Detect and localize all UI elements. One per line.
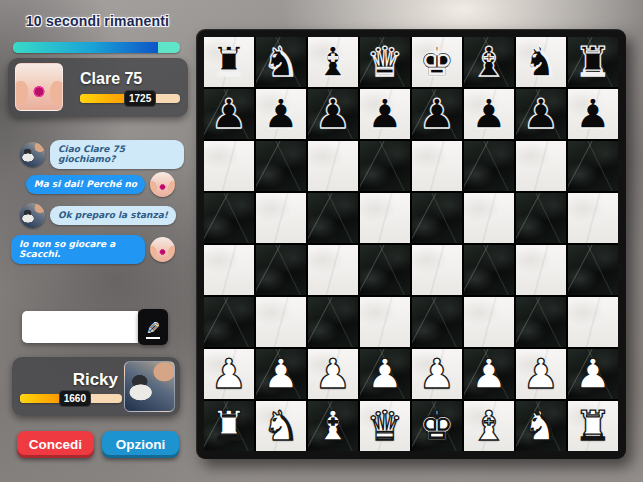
- square-e8[interactable]: ♚: [412, 37, 462, 87]
- square-c3[interactable]: [308, 297, 358, 347]
- black-pawn-piece[interactable]: ♟: [471, 90, 508, 138]
- square-h7[interactable]: ♟: [568, 89, 618, 139]
- white-pawn-piece[interactable]: ♟: [419, 350, 456, 398]
- square-f3[interactable]: [464, 297, 514, 347]
- black-king-piece[interactable]: ♚: [419, 38, 456, 86]
- self-rating-badge: 1660: [59, 390, 91, 407]
- black-pawn-piece[interactable]: ♟: [523, 90, 560, 138]
- white-king-piece[interactable]: ♚: [419, 402, 456, 450]
- square-c5[interactable]: [308, 193, 358, 243]
- white-pawn-piece[interactable]: ♟: [471, 350, 508, 398]
- square-f7[interactable]: ♟: [464, 89, 514, 139]
- square-h8[interactable]: ♜: [568, 37, 618, 87]
- square-g3[interactable]: [516, 297, 566, 347]
- square-g5[interactable]: [516, 193, 566, 243]
- square-g6[interactable]: [516, 141, 566, 191]
- black-pawn-piece[interactable]: ♟: [367, 90, 404, 138]
- chess-app-window: 10 secondi rimanenti Clare 75 1725 Ciao …: [0, 0, 643, 482]
- chat-message-input[interactable]: [22, 311, 138, 343]
- white-queen-piece[interactable]: ♛: [367, 402, 404, 450]
- square-g1[interactable]: ♞: [516, 401, 566, 451]
- square-g4[interactable]: [516, 245, 566, 295]
- square-h1[interactable]: ♜: [568, 401, 618, 451]
- square-e7[interactable]: ♟: [412, 89, 462, 139]
- black-pawn-piece[interactable]: ♟: [263, 90, 300, 138]
- options-button[interactable]: Opzioni: [102, 431, 179, 458]
- black-knight-piece[interactable]: ♞: [263, 38, 300, 86]
- opponent-player-panel: Clare 75 1725: [8, 58, 188, 117]
- chat-message-1: Ciao Clare 75 giochiamo?: [20, 140, 184, 169]
- square-f8[interactable]: ♝: [464, 37, 514, 87]
- square-e5[interactable]: [412, 193, 462, 243]
- square-e4[interactable]: [412, 245, 462, 295]
- black-queen-piece[interactable]: ♛: [367, 38, 404, 86]
- square-g7[interactable]: ♟: [516, 89, 566, 139]
- square-c6[interactable]: [308, 141, 358, 191]
- white-knight-piece[interactable]: ♞: [523, 402, 560, 450]
- black-knight-piece[interactable]: ♞: [523, 38, 560, 86]
- self-name: Ricky: [12, 370, 118, 390]
- square-a6[interactable]: [204, 141, 254, 191]
- self-rating-fill: [20, 394, 63, 403]
- square-f5[interactable]: [464, 193, 514, 243]
- square-a8[interactable]: ♜: [204, 37, 254, 87]
- white-bishop-piece[interactable]: ♝: [315, 402, 352, 450]
- chat-avatar-clare: [150, 237, 175, 262]
- square-e6[interactable]: [412, 141, 462, 191]
- chess-board[interactable]: ♜♞♝♛♚♝♞♜♟♟♟♟♟♟♟♟♟♟♟♟♟♟♟♟♜♞♝♛♚♝♞♜: [204, 37, 618, 451]
- square-g2[interactable]: ♟: [516, 349, 566, 399]
- square-f1[interactable]: ♝: [464, 401, 514, 451]
- black-pawn-piece[interactable]: ♟: [211, 90, 248, 138]
- chat-bubble: Ok preparo la stanza!: [50, 206, 176, 224]
- self-player-panel: Ricky 1660: [12, 357, 180, 416]
- turn-timer-bar: [13, 42, 180, 53]
- square-d7[interactable]: ♟: [360, 89, 410, 139]
- chess-board-frame: ♜♞♝♛♚♝♞♜♟♟♟♟♟♟♟♟♟♟♟♟♟♟♟♟♜♞♝♛♚♝♞♜: [196, 29, 626, 459]
- square-b1[interactable]: ♞: [256, 401, 306, 451]
- square-d5[interactable]: [360, 193, 410, 243]
- square-c8[interactable]: ♝: [308, 37, 358, 87]
- self-rating-bar: 1660: [20, 394, 122, 403]
- black-pawn-piece[interactable]: ♟: [315, 90, 352, 138]
- square-b5[interactable]: [256, 193, 306, 243]
- square-d6[interactable]: [360, 141, 410, 191]
- square-a7[interactable]: ♟: [204, 89, 254, 139]
- square-f4[interactable]: [464, 245, 514, 295]
- black-rook-piece[interactable]: ♜: [211, 38, 248, 86]
- square-h4[interactable]: [568, 245, 618, 295]
- square-f2[interactable]: ♟: [464, 349, 514, 399]
- square-b8[interactable]: ♞: [256, 37, 306, 87]
- chat-bubble: Io non so giocare a Scacchi.: [11, 235, 145, 264]
- black-pawn-piece[interactable]: ♟: [575, 90, 612, 138]
- square-f6[interactable]: [464, 141, 514, 191]
- chat-bubble: Ciao Clare 75 giochiamo?: [50, 140, 184, 169]
- opponent-avatar: [15, 63, 63, 111]
- chat-avatar-clare: [150, 172, 175, 197]
- pencil-icon: ✎: [138, 315, 168, 341]
- black-bishop-piece[interactable]: ♝: [315, 38, 352, 86]
- square-d8[interactable]: ♛: [360, 37, 410, 87]
- chat-avatar-ricky: [20, 142, 45, 167]
- opponent-name: Clare 75: [80, 70, 142, 88]
- square-d2[interactable]: ♟: [360, 349, 410, 399]
- square-e3[interactable]: [412, 297, 462, 347]
- chat-bubble: Ma si dai! Perché no: [26, 175, 145, 193]
- square-e1[interactable]: ♚: [412, 401, 462, 451]
- square-b6[interactable]: [256, 141, 306, 191]
- send-message-button[interactable]: ✎: [138, 309, 168, 345]
- chat-avatar-ricky: [20, 203, 45, 228]
- white-pawn-piece[interactable]: ♟: [211, 350, 248, 398]
- sidebar: 10 secondi rimanenti Clare 75 1725 Ciao …: [0, 0, 195, 482]
- white-pawn-piece[interactable]: ♟: [367, 350, 404, 398]
- square-b2[interactable]: ♟: [256, 349, 306, 399]
- square-h5[interactable]: [568, 193, 618, 243]
- white-bishop-piece[interactable]: ♝: [471, 402, 508, 450]
- white-knight-piece[interactable]: ♞: [263, 402, 300, 450]
- square-c4[interactable]: [308, 245, 358, 295]
- square-d1[interactable]: ♛: [360, 401, 410, 451]
- square-b3[interactable]: [256, 297, 306, 347]
- square-h3[interactable]: [568, 297, 618, 347]
- chat-message-3: Ok preparo la stanza!: [20, 203, 176, 228]
- black-rook-piece[interactable]: ♜: [575, 38, 612, 86]
- white-rook-piece[interactable]: ♜: [575, 402, 612, 450]
- square-d3[interactable]: [360, 297, 410, 347]
- square-a1[interactable]: ♜: [204, 401, 254, 451]
- square-a5[interactable]: [204, 193, 254, 243]
- square-d4[interactable]: [360, 245, 410, 295]
- chat-message-2: Ma si dai! Perché no: [26, 172, 175, 197]
- opponent-rating-badge: 1725: [124, 90, 156, 107]
- square-a4[interactable]: [204, 245, 254, 295]
- square-e2[interactable]: ♟: [412, 349, 462, 399]
- square-a2[interactable]: ♟: [204, 349, 254, 399]
- square-c2[interactable]: ♟: [308, 349, 358, 399]
- chat-message-4: Io non so giocare a Scacchi.: [11, 235, 175, 264]
- resign-button[interactable]: Concedi: [17, 431, 94, 458]
- white-pawn-piece[interactable]: ♟: [523, 350, 560, 398]
- turn-timer-label: 10 secondi rimanenti: [0, 13, 195, 29]
- square-h6[interactable]: [568, 141, 618, 191]
- square-c7[interactable]: ♟: [308, 89, 358, 139]
- square-g8[interactable]: ♞: [516, 37, 566, 87]
- square-b7[interactable]: ♟: [256, 89, 306, 139]
- square-c1[interactable]: ♝: [308, 401, 358, 451]
- turn-timer-fill: [13, 42, 158, 53]
- square-h2[interactable]: ♟: [568, 349, 618, 399]
- square-b4[interactable]: [256, 245, 306, 295]
- opponent-rating-bar: 1725: [80, 94, 180, 103]
- white-pawn-piece[interactable]: ♟: [263, 350, 300, 398]
- square-a3[interactable]: [204, 297, 254, 347]
- black-bishop-piece[interactable]: ♝: [471, 38, 508, 86]
- white-pawn-piece[interactable]: ♟: [575, 350, 612, 398]
- white-pawn-piece[interactable]: ♟: [315, 350, 352, 398]
- white-rook-piece[interactable]: ♜: [211, 402, 248, 450]
- self-avatar: [124, 361, 175, 412]
- black-pawn-piece[interactable]: ♟: [419, 90, 456, 138]
